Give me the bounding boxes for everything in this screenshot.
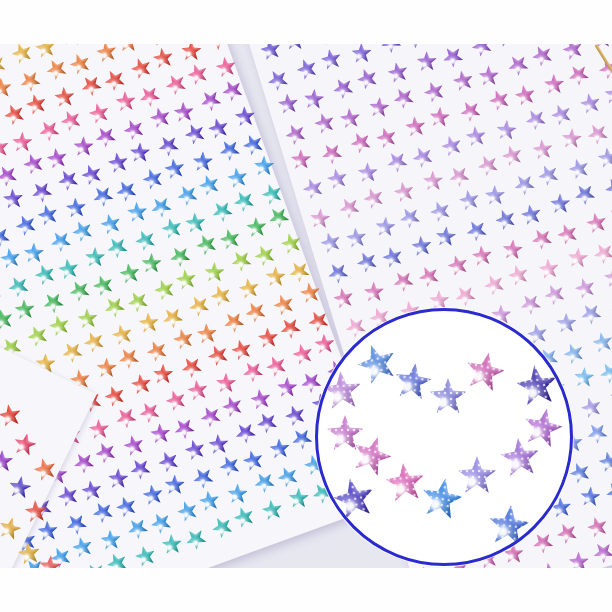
star-sticker bbox=[208, 433, 230, 455]
star-sticker bbox=[392, 180, 416, 204]
star-sticker bbox=[550, 193, 571, 214]
star-sticker bbox=[241, 448, 265, 472]
star-sticker bbox=[389, 267, 417, 295]
star-sticker bbox=[289, 488, 309, 508]
star-sticker bbox=[185, 61, 211, 87]
star-sticker bbox=[513, 83, 537, 107]
star-sticker bbox=[560, 44, 585, 61]
star-sticker bbox=[393, 361, 434, 402]
star-sticker bbox=[198, 489, 221, 512]
star-sticker bbox=[580, 486, 601, 507]
star-sticker bbox=[81, 559, 109, 568]
star-sticker bbox=[132, 226, 159, 253]
star-sticker bbox=[58, 338, 86, 366]
star-sticker bbox=[175, 267, 198, 290]
star-sticker bbox=[183, 437, 207, 461]
star-sticker bbox=[357, 162, 378, 183]
star-sticker bbox=[0, 222, 13, 250]
star-sticker bbox=[574, 366, 595, 387]
star-sticker bbox=[500, 143, 525, 168]
star-sticker bbox=[522, 105, 550, 133]
star-sticker bbox=[150, 422, 172, 444]
star-sticker bbox=[151, 276, 177, 302]
star-sticker bbox=[291, 149, 312, 170]
star-sticker bbox=[583, 419, 611, 447]
star-sticker bbox=[0, 246, 22, 269]
star-sticker bbox=[329, 74, 357, 102]
star-sticker bbox=[69, 217, 96, 244]
star-sticker bbox=[390, 84, 418, 112]
star-sticker bbox=[290, 341, 314, 365]
star-sticker bbox=[409, 143, 436, 170]
star-sticker bbox=[2, 188, 24, 210]
star-sticker bbox=[34, 44, 57, 59]
star-sticker bbox=[170, 414, 198, 442]
product-photo bbox=[0, 0, 612, 612]
star-sticker bbox=[339, 107, 361, 129]
star-sticker bbox=[300, 175, 326, 201]
star-sticker bbox=[185, 212, 207, 234]
star-sticker bbox=[39, 288, 67, 316]
star-sticker bbox=[21, 151, 47, 177]
star-sticker bbox=[240, 131, 267, 158]
star-sticker bbox=[100, 292, 128, 320]
star-sticker bbox=[62, 509, 90, 537]
star-sticker bbox=[118, 44, 138, 51]
star-sticker bbox=[375, 216, 396, 237]
star-sticker bbox=[174, 181, 201, 208]
star-sticker bbox=[97, 358, 117, 378]
star-sticker bbox=[120, 116, 147, 143]
star-sticker bbox=[239, 357, 267, 385]
star-sticker bbox=[102, 383, 128, 409]
star-sticker bbox=[573, 275, 598, 300]
star-sticker bbox=[89, 498, 116, 525]
star-sticker bbox=[231, 418, 259, 446]
star-sticker bbox=[148, 105, 172, 129]
star-sticker bbox=[345, 226, 367, 248]
star-sticker bbox=[70, 534, 94, 558]
star-sticker bbox=[608, 294, 612, 321]
star-sticker bbox=[404, 115, 426, 137]
star-sticker bbox=[303, 88, 324, 109]
star-sticker bbox=[47, 227, 75, 255]
star-sticker bbox=[108, 468, 128, 488]
star-sticker bbox=[216, 452, 243, 479]
star-sticker bbox=[384, 461, 426, 503]
star-sticker bbox=[602, 478, 612, 506]
star-sticker bbox=[354, 65, 380, 91]
star-sticker bbox=[348, 431, 396, 479]
star-sticker bbox=[568, 551, 589, 568]
star-sticker bbox=[603, 266, 612, 288]
star-sticker bbox=[312, 110, 337, 135]
star-sticker bbox=[13, 211, 40, 238]
star-sticker bbox=[314, 333, 336, 355]
star-sticker bbox=[584, 120, 612, 148]
star-sticker bbox=[0, 51, 9, 78]
star-sticker bbox=[538, 561, 562, 568]
star-sticker bbox=[220, 393, 246, 419]
star-sticker bbox=[462, 348, 507, 393]
star-sticker bbox=[1, 101, 28, 128]
star-sticker bbox=[264, 66, 292, 94]
star-sticker bbox=[561, 128, 582, 149]
star-sticker bbox=[77, 307, 99, 329]
star-sticker bbox=[567, 247, 588, 268]
star-sticker bbox=[561, 340, 587, 366]
star-sticker bbox=[196, 322, 218, 344]
star-sticker bbox=[45, 146, 68, 169]
star-sticker bbox=[403, 44, 430, 51]
star-sticker bbox=[591, 330, 612, 354]
star-sticker bbox=[325, 167, 349, 191]
star-sticker bbox=[70, 448, 98, 476]
star-sticker bbox=[282, 402, 308, 428]
star-sticker bbox=[319, 47, 343, 71]
star-sticker bbox=[597, 449, 612, 473]
star-sticker bbox=[182, 120, 209, 147]
star-sticker bbox=[251, 241, 278, 268]
star-sticker bbox=[163, 387, 189, 413]
star-sticker bbox=[474, 151, 501, 178]
star-sticker bbox=[122, 433, 146, 457]
star-sticker bbox=[58, 107, 85, 134]
star-sticker bbox=[158, 303, 186, 331]
star-sticker bbox=[377, 44, 405, 56]
star-sticker bbox=[226, 166, 249, 189]
star-sticker bbox=[79, 161, 105, 187]
star-sticker bbox=[451, 281, 479, 309]
star-sticker bbox=[204, 262, 224, 282]
star-sticker bbox=[324, 258, 352, 286]
star-sticker bbox=[91, 122, 119, 150]
star-sticker bbox=[66, 277, 93, 304]
star-sticker bbox=[147, 509, 174, 536]
star-sticker bbox=[427, 198, 453, 224]
star-sticker bbox=[193, 231, 220, 258]
star-sticker bbox=[538, 257, 560, 279]
star-sticker bbox=[429, 106, 450, 127]
star-sticker bbox=[276, 313, 304, 341]
star-sticker bbox=[458, 456, 496, 494]
star-sticker bbox=[553, 519, 580, 546]
star-sticker bbox=[54, 86, 76, 108]
star-sticker bbox=[0, 112, 2, 140]
photo-background bbox=[0, 44, 612, 568]
star-sticker bbox=[535, 161, 562, 188]
star-sticker bbox=[165, 474, 185, 494]
star-sticker bbox=[541, 280, 568, 307]
star-sticker bbox=[47, 313, 71, 337]
star-sticker bbox=[113, 177, 140, 204]
star-sticker bbox=[415, 262, 442, 289]
star-sticker bbox=[104, 550, 131, 568]
star-sticker bbox=[374, 125, 399, 150]
star-sticker bbox=[175, 498, 201, 524]
star-sticker bbox=[529, 44, 556, 69]
star-sticker bbox=[81, 328, 108, 355]
star-sticker bbox=[43, 55, 70, 82]
star-sticker bbox=[135, 82, 163, 110]
star-sticker bbox=[596, 358, 612, 386]
star-sticker bbox=[181, 44, 201, 61]
star-sticker bbox=[597, 146, 612, 168]
star-sticker bbox=[24, 243, 44, 263]
star-sticker bbox=[511, 564, 537, 568]
star-sticker bbox=[89, 182, 117, 210]
star-sticker bbox=[12, 132, 32, 152]
star-sticker bbox=[471, 244, 493, 266]
star-sticker bbox=[155, 448, 182, 475]
star-sticker bbox=[163, 157, 186, 180]
star-sticker bbox=[185, 292, 212, 319]
star-sticker bbox=[590, 239, 612, 267]
star-sticker bbox=[54, 166, 81, 193]
star-sticker bbox=[98, 211, 122, 235]
star-sticker bbox=[216, 373, 236, 393]
star-sticker bbox=[196, 86, 224, 114]
star-sticker bbox=[528, 224, 556, 252]
star-sticker bbox=[36, 202, 60, 226]
star-sticker bbox=[318, 230, 343, 255]
star-sticker bbox=[85, 247, 105, 267]
star-sticker bbox=[32, 261, 58, 287]
star-sticker bbox=[451, 68, 475, 92]
star-sticker bbox=[305, 307, 332, 334]
star-sticker bbox=[142, 253, 162, 273]
star-sticker bbox=[186, 378, 209, 401]
star-sticker bbox=[112, 403, 140, 431]
star-sticker bbox=[410, 235, 432, 257]
star-sticker bbox=[237, 277, 260, 300]
star-sticker bbox=[264, 203, 292, 231]
star-sticker bbox=[485, 185, 506, 206]
star-sticker bbox=[510, 170, 538, 198]
star-sticker bbox=[197, 402, 224, 429]
star-sticker bbox=[173, 101, 195, 123]
star-sticker bbox=[208, 197, 236, 225]
star-sticker bbox=[234, 105, 256, 127]
star-sticker bbox=[214, 55, 237, 78]
star-sticker bbox=[266, 266, 286, 286]
star-sticker bbox=[228, 483, 248, 503]
star-sticker bbox=[351, 44, 372, 63]
star-sticker bbox=[57, 257, 80, 280]
star-sticker bbox=[154, 131, 182, 159]
star-sticker bbox=[496, 119, 517, 140]
star-sticker bbox=[123, 514, 151, 542]
star-sticker bbox=[250, 468, 278, 496]
star-sticker bbox=[254, 156, 274, 176]
star-sticker bbox=[242, 298, 269, 325]
star-sticker bbox=[140, 166, 166, 192]
star-sticker bbox=[481, 271, 508, 298]
star-sticker bbox=[115, 90, 137, 112]
star-sticker bbox=[439, 133, 464, 158]
star-sticker bbox=[133, 543, 157, 567]
star-sticker bbox=[65, 197, 87, 219]
star-sticker bbox=[160, 216, 184, 240]
star-sticker bbox=[421, 78, 447, 104]
star-sticker bbox=[445, 252, 470, 277]
star-sticker bbox=[0, 161, 20, 188]
star-sticker bbox=[502, 239, 523, 260]
star-sticker bbox=[456, 97, 484, 125]
star-sticker bbox=[602, 174, 612, 201]
star-sticker bbox=[585, 211, 609, 235]
star-sticker bbox=[16, 66, 44, 94]
star-sticker bbox=[589, 538, 612, 566]
star-sticker bbox=[80, 479, 103, 502]
star-sticker bbox=[141, 483, 164, 506]
star-sticker bbox=[216, 136, 244, 164]
star-sticker bbox=[492, 206, 518, 232]
star-sticker bbox=[457, 188, 481, 212]
star-sticker bbox=[516, 289, 544, 317]
star-sticker bbox=[514, 362, 559, 407]
star-sticker bbox=[14, 298, 36, 320]
star-sticker bbox=[90, 272, 116, 298]
star-sticker bbox=[208, 282, 234, 308]
star-sticker bbox=[445, 162, 473, 190]
star-sticker bbox=[285, 44, 306, 50]
star-sticker bbox=[396, 203, 424, 231]
star-sticker bbox=[506, 262, 531, 287]
star-sticker bbox=[143, 44, 171, 48]
star-sticker bbox=[577, 299, 605, 327]
star-sticker bbox=[249, 387, 272, 410]
star-sticker bbox=[353, 339, 401, 387]
star-sticker bbox=[77, 71, 105, 99]
star-sticker bbox=[299, 281, 322, 304]
star-sticker bbox=[128, 55, 154, 81]
star-sticker bbox=[246, 216, 268, 238]
star-sticker bbox=[35, 116, 63, 144]
star-sticker bbox=[0, 136, 10, 159]
star-sticker bbox=[227, 246, 255, 274]
star-sticker bbox=[218, 226, 242, 250]
star-sticker bbox=[5, 272, 32, 299]
star-sticker bbox=[24, 92, 48, 116]
star-sticker bbox=[124, 287, 151, 314]
star-sticker bbox=[532, 138, 554, 160]
star-sticker bbox=[130, 142, 150, 162]
star-sticker bbox=[171, 326, 195, 350]
star-sticker bbox=[430, 378, 466, 414]
star-sticker bbox=[115, 344, 143, 372]
star-sticker bbox=[571, 180, 599, 208]
star-sticker bbox=[219, 307, 247, 335]
star-sticker bbox=[0, 279, 4, 307]
star-sticker bbox=[285, 257, 313, 285]
star-sticker bbox=[110, 322, 134, 346]
star-sticker bbox=[274, 463, 301, 490]
star-sticker bbox=[504, 51, 532, 79]
star-sticker bbox=[499, 436, 541, 478]
star-sticker bbox=[27, 177, 55, 205]
star-sticker bbox=[259, 181, 285, 207]
star-sticker bbox=[548, 101, 574, 127]
star-sticker bbox=[95, 44, 118, 63]
star-sticker bbox=[55, 483, 81, 509]
star-sticker bbox=[219, 76, 246, 103]
star-sticker bbox=[263, 352, 290, 379]
heart-arrangement-inset bbox=[315, 308, 573, 566]
star-sticker bbox=[604, 83, 612, 104]
star-sticker bbox=[287, 424, 315, 452]
star-sticker bbox=[578, 91, 602, 115]
star-sticker bbox=[585, 514, 610, 539]
star-sticker bbox=[144, 337, 171, 364]
star-sticker bbox=[335, 193, 363, 221]
star-sticker bbox=[126, 454, 154, 482]
star-sticker bbox=[101, 66, 128, 93]
star-sticker bbox=[353, 248, 380, 275]
star-sticker bbox=[88, 418, 110, 440]
star-sticker bbox=[478, 65, 499, 86]
star-sticker bbox=[253, 408, 280, 435]
star-sticker bbox=[277, 377, 297, 397]
star-sticker bbox=[204, 44, 232, 53]
star-sticker bbox=[138, 312, 160, 334]
star-sticker bbox=[318, 139, 346, 167]
star-sticker bbox=[0, 77, 12, 99]
star-sticker bbox=[566, 156, 591, 181]
star-sticker bbox=[282, 120, 309, 147]
star-sticker bbox=[435, 226, 456, 247]
star-sticker bbox=[383, 147, 411, 175]
star-sticker bbox=[463, 216, 491, 244]
star-sticker bbox=[311, 44, 339, 48]
star-sticker bbox=[189, 463, 217, 491]
star-sticker bbox=[0, 196, 4, 220]
star-sticker bbox=[423, 170, 444, 191]
star-sticker bbox=[118, 261, 141, 284]
star-sticker bbox=[181, 524, 209, 552]
star-sticker bbox=[386, 60, 410, 84]
star-sticker bbox=[100, 529, 122, 551]
star-sticker bbox=[92, 439, 119, 466]
star-sticker bbox=[208, 513, 235, 540]
star-sticker bbox=[364, 281, 385, 302]
star-sticker bbox=[87, 101, 111, 125]
star-sticker bbox=[269, 437, 291, 459]
star-sticker bbox=[271, 291, 297, 317]
star-sticker bbox=[103, 233, 131, 261]
star-sticker bbox=[520, 404, 565, 449]
star-sticker bbox=[486, 87, 512, 113]
star-sticker bbox=[130, 372, 153, 395]
star-sticker bbox=[279, 231, 303, 255]
star-sticker bbox=[67, 51, 93, 77]
star-sticker bbox=[230, 187, 257, 214]
star-sticker bbox=[196, 172, 222, 198]
star-sticker bbox=[0, 307, 15, 331]
star-sticker bbox=[417, 51, 438, 72]
star-sticker bbox=[259, 44, 283, 61]
star-sticker bbox=[294, 55, 320, 81]
star-sticker bbox=[205, 341, 232, 368]
star-sticker bbox=[74, 136, 94, 156]
star-sticker bbox=[229, 337, 253, 361]
star-sticker bbox=[206, 116, 230, 140]
star-sticker bbox=[107, 151, 130, 174]
star-sticker bbox=[419, 475, 465, 521]
star-sticker bbox=[579, 395, 604, 420]
star-sticker bbox=[332, 286, 356, 310]
star-sticker bbox=[347, 129, 374, 156]
